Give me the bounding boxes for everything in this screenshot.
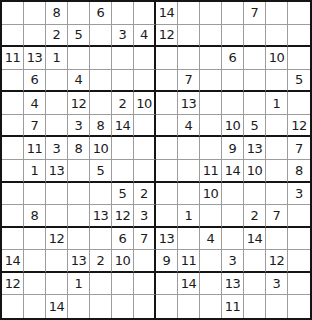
cell-r14c7[interactable] — [134, 295, 156, 318]
cell-r11c8[interactable]: 13 — [156, 228, 178, 251]
cell-r3c4[interactable] — [68, 47, 90, 70]
cell-r7c6[interactable] — [112, 137, 134, 160]
cell-r4c12[interactable] — [244, 70, 266, 93]
cell-r8c9[interactable] — [178, 160, 200, 183]
cell-r5c7[interactable]: 10 — [134, 92, 156, 115]
cell-r3c3[interactable]: 1 — [46, 47, 68, 70]
cell-r10c1[interactable] — [2, 205, 24, 228]
cell-r5c12[interactable] — [244, 92, 266, 115]
cell-r13c5[interactable] — [90, 273, 112, 296]
cell-r11c13[interactable] — [266, 228, 288, 251]
cell-r2c14[interactable] — [288, 25, 310, 48]
cell-r4c4[interactable]: 4 — [68, 70, 90, 93]
cell-r2c4[interactable]: 5 — [68, 25, 90, 48]
cell-r14c9[interactable] — [178, 295, 200, 318]
cell-r9c14[interactable]: 3 — [288, 183, 310, 206]
cell-r13c9[interactable]: 14 — [178, 273, 200, 296]
cell-r6c10[interactable] — [200, 115, 222, 138]
cell-r4c11[interactable] — [222, 70, 244, 93]
cell-r5c8[interactable] — [156, 92, 178, 115]
cell-r1c2[interactable] — [24, 2, 46, 25]
cell-r8c11[interactable]: 14 — [222, 160, 244, 183]
cell-r5c11[interactable] — [222, 92, 244, 115]
cell-r4c5[interactable] — [90, 70, 112, 93]
cell-r12c4[interactable]: 13 — [68, 250, 90, 273]
cell-r6c14[interactable]: 12 — [288, 115, 310, 138]
cell-r14c12[interactable] — [244, 295, 266, 318]
cell-r8c12[interactable]: 10 — [244, 160, 266, 183]
cell-r13c6[interactable] — [112, 273, 134, 296]
cell-r1c12[interactable]: 7 — [244, 2, 266, 25]
cell-r6c5[interactable]: 8 — [90, 115, 112, 138]
cell-r2c9[interactable] — [178, 25, 200, 48]
cell-r9c3[interactable] — [46, 183, 68, 206]
cell-r3c5[interactable] — [90, 47, 112, 70]
cell-r6c12[interactable]: 5 — [244, 115, 266, 138]
cell-r14c5[interactable] — [90, 295, 112, 318]
cell-r6c4[interactable]: 3 — [68, 115, 90, 138]
cell-r1c13[interactable] — [266, 2, 288, 25]
cell-r5c1[interactable] — [2, 92, 24, 115]
cell-r12c1[interactable]: 14 — [2, 250, 24, 273]
cell-r1c4[interactable] — [68, 2, 90, 25]
cell-r9c5[interactable] — [90, 183, 112, 206]
cell-r5c6[interactable]: 2 — [112, 92, 134, 115]
cell-r12c8[interactable]: 9 — [156, 250, 178, 273]
cell-r9c6[interactable]: 5 — [112, 183, 134, 206]
cell-r9c12[interactable] — [244, 183, 266, 206]
cell-r3c11[interactable]: 6 — [222, 47, 244, 70]
cell-r7c3[interactable]: 3 — [46, 137, 68, 160]
cell-r10c2[interactable]: 8 — [24, 205, 46, 228]
cell-r14c14[interactable] — [288, 295, 310, 318]
cell-r3c10[interactable] — [200, 47, 222, 70]
cell-r11c3[interactable]: 12 — [46, 228, 68, 251]
cell-r9c9[interactable] — [178, 183, 200, 206]
cell-r3c9[interactable] — [178, 47, 200, 70]
cell-r1c3[interactable]: 8 — [46, 2, 68, 25]
cell-r4c9[interactable]: 7 — [178, 70, 200, 93]
cell-r12c3[interactable] — [46, 250, 68, 273]
cell-r10c9[interactable]: 1 — [178, 205, 200, 228]
cell-r14c4[interactable] — [68, 295, 90, 318]
cell-r2c13[interactable] — [266, 25, 288, 48]
cell-r10c10[interactable] — [200, 205, 222, 228]
cell-r10c13[interactable]: 7 — [266, 205, 288, 228]
cell-r4c13[interactable] — [266, 70, 288, 93]
cell-r2c8[interactable]: 12 — [156, 25, 178, 48]
cell-r10c6[interactable]: 12 — [112, 205, 134, 228]
cell-r12c5[interactable]: 2 — [90, 250, 112, 273]
cell-r11c10[interactable]: 4 — [200, 228, 222, 251]
cell-r4c2[interactable]: 6 — [24, 70, 46, 93]
cell-r5c5[interactable] — [90, 92, 112, 115]
cell-r13c2[interactable] — [24, 273, 46, 296]
cell-r1c11[interactable] — [222, 2, 244, 25]
cell-r1c14[interactable] — [288, 2, 310, 25]
cell-r14c2[interactable] — [24, 295, 46, 318]
cell-r8c4[interactable] — [68, 160, 90, 183]
cell-r12c14[interactable] — [288, 250, 310, 273]
cell-r3c6[interactable] — [112, 47, 134, 70]
cell-r3c14[interactable] — [288, 47, 310, 70]
cell-r8c5[interactable]: 5 — [90, 160, 112, 183]
cell-r5c9[interactable]: 13 — [178, 92, 200, 115]
cell-r5c13[interactable]: 1 — [266, 92, 288, 115]
cell-r7c2[interactable]: 11 — [24, 137, 46, 160]
cell-r10c3[interactable] — [46, 205, 68, 228]
cell-r6c1[interactable] — [2, 115, 24, 138]
cell-r2c6[interactable]: 3 — [112, 25, 134, 48]
cell-r7c1[interactable] — [2, 137, 24, 160]
cell-r6c8[interactable] — [156, 115, 178, 138]
cell-r4c6[interactable] — [112, 70, 134, 93]
cell-r10c4[interactable] — [68, 205, 90, 228]
cell-r2c12[interactable] — [244, 25, 266, 48]
cell-r6c9[interactable]: 4 — [178, 115, 200, 138]
cell-r1c1[interactable] — [2, 2, 24, 25]
cell-r1c7[interactable] — [134, 2, 156, 25]
cell-r4c10[interactable] — [200, 70, 222, 93]
cell-r11c6[interactable]: 6 — [112, 228, 134, 251]
cell-r13c11[interactable]: 13 — [222, 273, 244, 296]
cell-r7c12[interactable]: 13 — [244, 137, 266, 160]
cell-r6c6[interactable]: 14 — [112, 115, 134, 138]
cell-r5c10[interactable] — [200, 92, 222, 115]
cell-r1c6[interactable] — [112, 2, 134, 25]
cell-r9c8[interactable] — [156, 183, 178, 206]
cell-r13c7[interactable] — [134, 273, 156, 296]
cell-r12c9[interactable]: 11 — [178, 250, 200, 273]
cell-r10c5[interactable]: 13 — [90, 205, 112, 228]
cell-r7c14[interactable]: 7 — [288, 137, 310, 160]
cell-r8c13[interactable] — [266, 160, 288, 183]
cell-r10c11[interactable] — [222, 205, 244, 228]
cell-r12c6[interactable]: 10 — [112, 250, 134, 273]
cell-r13c4[interactable]: 1 — [68, 273, 90, 296]
cell-r3c1[interactable]: 11 — [2, 47, 24, 70]
cell-r11c7[interactable]: 7 — [134, 228, 156, 251]
cell-r6c11[interactable]: 10 — [222, 115, 244, 138]
cell-r11c9[interactable] — [178, 228, 200, 251]
cell-r1c9[interactable] — [178, 2, 200, 25]
cell-r7c13[interactable] — [266, 137, 288, 160]
cell-r2c7[interactable]: 4 — [134, 25, 156, 48]
cell-r1c8[interactable]: 14 — [156, 2, 178, 25]
cell-r8c3[interactable]: 13 — [46, 160, 68, 183]
cell-r2c3[interactable]: 2 — [46, 25, 68, 48]
cell-r11c11[interactable] — [222, 228, 244, 251]
cell-r12c10[interactable] — [200, 250, 222, 273]
cell-r4c14[interactable]: 5 — [288, 70, 310, 93]
cell-r13c3[interactable] — [46, 273, 68, 296]
cell-r14c1[interactable] — [2, 295, 24, 318]
cell-r7c9[interactable] — [178, 137, 200, 160]
cell-r7c8[interactable] — [156, 137, 178, 160]
cell-r3c8[interactable] — [156, 47, 178, 70]
cell-r4c1[interactable] — [2, 70, 24, 93]
cell-r4c7[interactable] — [134, 70, 156, 93]
cell-r8c14[interactable]: 8 — [288, 160, 310, 183]
cell-r9c13[interactable] — [266, 183, 288, 206]
cell-r3c2[interactable]: 13 — [24, 47, 46, 70]
cell-r9c2[interactable] — [24, 183, 46, 206]
cell-r11c1[interactable] — [2, 228, 24, 251]
cell-r1c5[interactable]: 6 — [90, 2, 112, 25]
cell-r10c12[interactable]: 2 — [244, 205, 266, 228]
cell-r11c14[interactable] — [288, 228, 310, 251]
cell-r2c1[interactable] — [2, 25, 24, 48]
cell-r11c5[interactable] — [90, 228, 112, 251]
cell-r13c1[interactable]: 12 — [2, 273, 24, 296]
cell-r3c12[interactable] — [244, 47, 266, 70]
cell-r8c7[interactable] — [134, 160, 156, 183]
cell-r14c13[interactable] — [266, 295, 288, 318]
cell-r10c14[interactable] — [288, 205, 310, 228]
cell-r9c11[interactable] — [222, 183, 244, 206]
cell-r4c3[interactable] — [46, 70, 68, 93]
cell-r13c8[interactable] — [156, 273, 178, 296]
cell-r6c13[interactable] — [266, 115, 288, 138]
cell-r12c11[interactable]: 3 — [222, 250, 244, 273]
cell-r14c11[interactable]: 11 — [222, 295, 244, 318]
cell-r8c10[interactable]: 11 — [200, 160, 222, 183]
cell-r12c13[interactable]: 12 — [266, 250, 288, 273]
cell-r14c10[interactable] — [200, 295, 222, 318]
cell-r13c13[interactable]: 3 — [266, 273, 288, 296]
cell-r14c3[interactable]: 14 — [46, 295, 68, 318]
cell-r2c10[interactable] — [200, 25, 222, 48]
cell-r4c8[interactable] — [156, 70, 178, 93]
cell-r10c8[interactable] — [156, 205, 178, 228]
cell-r6c7[interactable] — [134, 115, 156, 138]
cell-r8c8[interactable] — [156, 160, 178, 183]
cell-r11c2[interactable] — [24, 228, 46, 251]
cell-r1c10[interactable] — [200, 2, 222, 25]
cell-r7c4[interactable]: 8 — [68, 137, 90, 160]
cell-r11c12[interactable]: 14 — [244, 228, 266, 251]
cell-r2c5[interactable] — [90, 25, 112, 48]
cell-r9c10[interactable]: 10 — [200, 183, 222, 206]
cell-r8c6[interactable] — [112, 160, 134, 183]
cell-r5c2[interactable]: 4 — [24, 92, 46, 115]
sudoku-board: 8614725341211131610647541221013173814410… — [0, 0, 312, 320]
cell-r9c7[interactable]: 2 — [134, 183, 156, 206]
cell-r7c5[interactable]: 10 — [90, 137, 112, 160]
cell-r13c14[interactable] — [288, 273, 310, 296]
cell-r3c7[interactable] — [134, 47, 156, 70]
cell-r6c2[interactable]: 7 — [24, 115, 46, 138]
cell-r3c13[interactable]: 10 — [266, 47, 288, 70]
cell-r5c14[interactable] — [288, 92, 310, 115]
cell-r12c2[interactable] — [24, 250, 46, 273]
cell-r14c6[interactable] — [112, 295, 134, 318]
cell-r13c12[interactable] — [244, 273, 266, 296]
cell-r9c1[interactable] — [2, 183, 24, 206]
cell-r2c2[interactable] — [24, 25, 46, 48]
cell-r2c11[interactable] — [222, 25, 244, 48]
cell-r9c4[interactable] — [68, 183, 90, 206]
cell-r12c12[interactable] — [244, 250, 266, 273]
cell-r7c7[interactable] — [134, 137, 156, 160]
cell-r11c4[interactable] — [68, 228, 90, 251]
cell-r8c1[interactable] — [2, 160, 24, 183]
cell-r13c10[interactable] — [200, 273, 222, 296]
cell-r10c7[interactable]: 3 — [134, 205, 156, 228]
cell-r5c3[interactable] — [46, 92, 68, 115]
cell-r6c3[interactable] — [46, 115, 68, 138]
cell-r14c8[interactable] — [156, 295, 178, 318]
cell-r7c10[interactable] — [200, 137, 222, 160]
cell-r12c7[interactable] — [134, 250, 156, 273]
cell-r5c4[interactable]: 12 — [68, 92, 90, 115]
cell-r8c2[interactable]: 1 — [24, 160, 46, 183]
cell-r7c11[interactable]: 9 — [222, 137, 244, 160]
